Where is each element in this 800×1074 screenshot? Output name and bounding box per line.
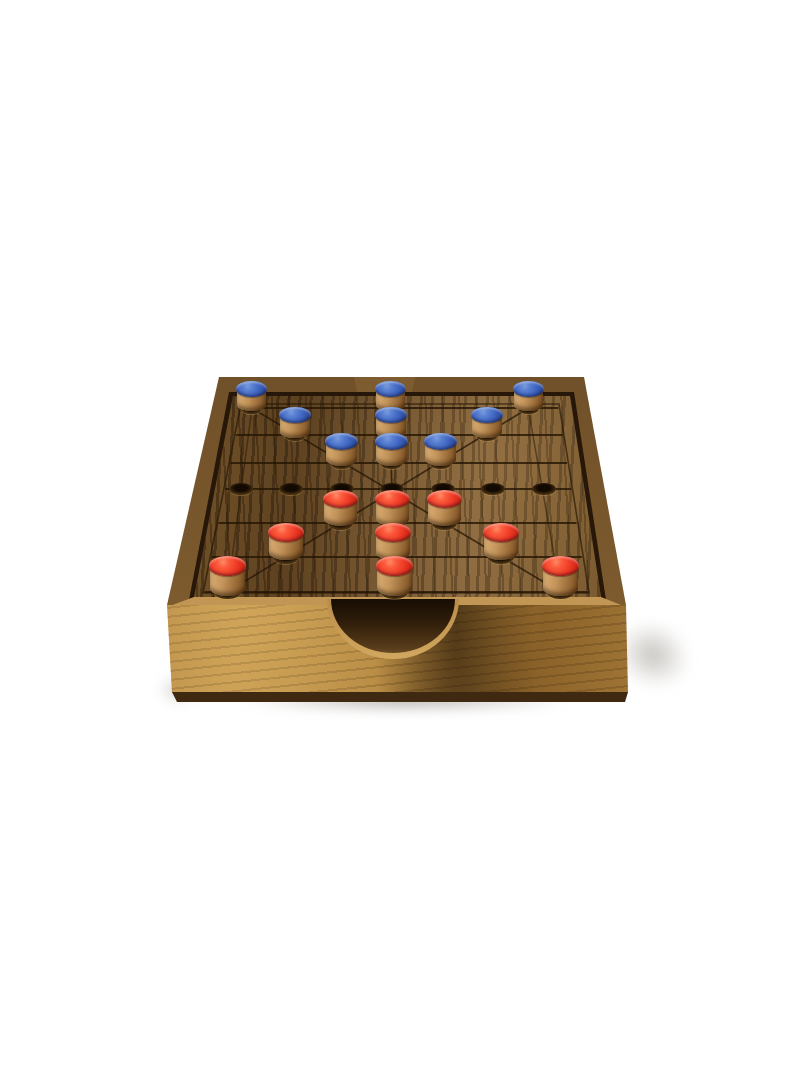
peg-blue-r3c5[interactable] bbox=[424, 432, 457, 467]
peg-red-r7c7[interactable] bbox=[542, 555, 579, 596]
blue-peg-top bbox=[513, 381, 544, 397]
peg-blue-r1c1[interactable] bbox=[236, 380, 267, 412]
blue-peg-top bbox=[375, 407, 407, 424]
peg-blue-r3c4[interactable] bbox=[375, 432, 408, 467]
red-peg-top bbox=[375, 523, 411, 542]
red-peg-top bbox=[542, 556, 579, 575]
red-peg-top bbox=[376, 556, 413, 575]
red-peg-top bbox=[209, 556, 246, 575]
peg-red-r5c5[interactable] bbox=[427, 489, 462, 527]
red-peg-top bbox=[483, 523, 519, 542]
peg-blue-r3c3[interactable] bbox=[325, 432, 358, 467]
product-photo-canvas bbox=[0, 0, 800, 1074]
blue-peg-top bbox=[375, 381, 406, 397]
peg-blue-r2c6[interactable] bbox=[471, 406, 503, 439]
blue-peg-top bbox=[471, 407, 503, 424]
blue-peg-top bbox=[279, 407, 311, 424]
peg-red-r6c6[interactable] bbox=[483, 522, 519, 562]
pegs-layer bbox=[0, 0, 800, 1074]
blue-peg-top bbox=[236, 381, 267, 397]
peg-red-r7c1[interactable] bbox=[209, 555, 246, 596]
peg-blue-r1c7[interactable] bbox=[513, 380, 544, 412]
blue-peg-top bbox=[375, 433, 408, 450]
red-peg-top bbox=[268, 523, 304, 542]
peg-red-r7c4[interactable] bbox=[376, 555, 413, 596]
peg-red-r6c2[interactable] bbox=[268, 522, 304, 562]
peg-blue-r2c2[interactable] bbox=[279, 406, 311, 439]
peg-red-r5c3[interactable] bbox=[323, 489, 358, 527]
